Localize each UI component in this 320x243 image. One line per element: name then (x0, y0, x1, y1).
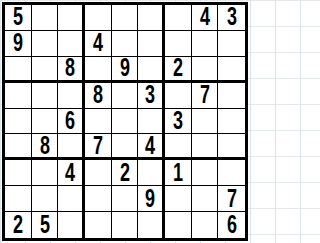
cell-r4c3[interactable] (58, 83, 85, 109)
cell-r8c5[interactable] (112, 186, 139, 212)
cell-r2c1: 9 (5, 31, 32, 57)
cell-r7c3: 4 (58, 160, 85, 186)
cell-r7c5: 2 (112, 160, 139, 186)
cell-r2c8[interactable] (192, 31, 219, 57)
cell-r2c7[interactable] (165, 31, 192, 57)
given-digit: 6 (65, 109, 75, 134)
cell-r4c9[interactable] (218, 83, 245, 109)
given-digit: 4 (199, 5, 209, 30)
cell-r2c3[interactable] (58, 31, 85, 57)
cell-r2c5[interactable] (112, 31, 139, 57)
cell-r3c3: 8 (58, 57, 85, 83)
cell-r1c7[interactable] (165, 5, 192, 31)
cell-r2c2[interactable] (32, 31, 59, 57)
given-digit: 3 (145, 83, 155, 108)
cell-r5c7: 3 (165, 109, 192, 135)
cell-r5c6[interactable] (138, 109, 165, 135)
cell-r9c4[interactable] (85, 212, 112, 238)
cell-r6c5[interactable] (112, 134, 139, 160)
cell-r4c2[interactable] (32, 83, 59, 109)
cell-r6c6: 4 (138, 134, 165, 160)
cell-r1c4[interactable] (85, 5, 112, 31)
cell-r6c2: 8 (32, 134, 59, 160)
cell-r9c3[interactable] (58, 212, 85, 238)
cell-r4c8: 7 (192, 83, 219, 109)
cell-r5c1[interactable] (5, 109, 32, 135)
cell-r3c7: 2 (165, 57, 192, 83)
cell-r9c6[interactable] (138, 212, 165, 238)
cell-r6c8[interactable] (192, 134, 219, 160)
given-digit: 2 (13, 212, 23, 238)
given-digit: 8 (39, 134, 49, 158)
page-background: { "game": "sudoku", "position": "5......… (0, 0, 250, 243)
sudoku-board: 543948928376387442197256 (2, 2, 248, 241)
cell-r8c2[interactable] (32, 186, 59, 212)
cell-r1c1: 5 (5, 5, 32, 31)
cell-r1c8: 4 (192, 5, 219, 31)
cell-r3c5: 9 (112, 57, 139, 83)
cell-r9c5[interactable] (112, 212, 139, 238)
cell-r5c9[interactable] (218, 109, 245, 135)
given-digit: 3 (173, 109, 183, 134)
cell-r7c9[interactable] (218, 160, 245, 186)
given-digit: 1 (173, 160, 183, 185)
cell-r5c8[interactable] (192, 109, 219, 135)
given-digit: 8 (93, 83, 103, 108)
cell-r2c6[interactable] (138, 31, 165, 57)
cell-r8c6: 9 (138, 186, 165, 212)
given-digit: 2 (119, 160, 129, 185)
cell-r6c7[interactable] (165, 134, 192, 160)
cell-r9c2: 5 (32, 212, 59, 238)
cell-r3c1[interactable] (5, 57, 32, 83)
cell-r3c6[interactable] (138, 57, 165, 83)
cell-r1c2[interactable] (32, 5, 59, 31)
cell-r1c3[interactable] (58, 5, 85, 31)
cell-r7c8[interactable] (192, 160, 219, 186)
given-digit: 9 (13, 31, 23, 56)
given-digit: 4 (93, 31, 103, 56)
cell-r4c4: 8 (85, 83, 112, 109)
cell-r5c4[interactable] (85, 109, 112, 135)
cell-r1c9: 3 (218, 5, 245, 31)
cell-r8c8[interactable] (192, 186, 219, 212)
cell-r2c9[interactable] (218, 31, 245, 57)
given-digit: 4 (145, 134, 155, 158)
cell-r7c2[interactable] (32, 160, 59, 186)
given-digit: 5 (13, 5, 23, 30)
cell-r3c8[interactable] (192, 57, 219, 83)
given-digit: 6 (227, 212, 237, 238)
cell-r4c5[interactable] (112, 83, 139, 109)
cell-r5c2[interactable] (32, 109, 59, 135)
cell-r7c1[interactable] (5, 160, 32, 186)
cell-r6c4: 7 (85, 134, 112, 160)
cell-r5c5[interactable] (112, 109, 139, 135)
cell-r6c3[interactable] (58, 134, 85, 160)
cell-r7c6[interactable] (138, 160, 165, 186)
cell-r7c4[interactable] (85, 160, 112, 186)
cell-r8c1[interactable] (5, 186, 32, 212)
given-digit: 3 (227, 5, 237, 30)
cell-r9c8[interactable] (192, 212, 219, 238)
cell-r2c4: 4 (85, 31, 112, 57)
cell-r4c7[interactable] (165, 83, 192, 109)
given-digit: 2 (173, 57, 183, 81)
cell-r3c9[interactable] (218, 57, 245, 83)
given-digit: 7 (93, 134, 103, 158)
cell-r3c4[interactable] (85, 57, 112, 83)
cell-r9c1: 2 (5, 212, 32, 238)
cell-r4c1[interactable] (5, 83, 32, 109)
given-digit: 7 (227, 186, 237, 211)
cell-r9c9: 6 (218, 212, 245, 238)
cell-r8c7[interactable] (165, 186, 192, 212)
given-digit: 9 (119, 57, 129, 81)
cell-r9c7[interactable] (165, 212, 192, 238)
cell-r8c4[interactable] (85, 186, 112, 212)
cell-r1c5[interactable] (112, 5, 139, 31)
cell-r3c2[interactable] (32, 57, 59, 83)
cell-r6c1[interactable] (5, 134, 32, 160)
cell-r7c7: 1 (165, 160, 192, 186)
cell-r8c9: 7 (218, 186, 245, 212)
given-digit: 5 (39, 212, 49, 238)
given-digit: 9 (145, 186, 155, 211)
given-digit: 4 (65, 160, 75, 185)
given-digit: 7 (199, 83, 209, 108)
cell-r1c6[interactable] (138, 5, 165, 31)
given-digit: 8 (65, 57, 75, 81)
cell-r4c6: 3 (138, 83, 165, 109)
cell-r6c9[interactable] (218, 134, 245, 160)
cell-r5c3: 6 (58, 109, 85, 135)
cell-r8c3[interactable] (58, 186, 85, 212)
